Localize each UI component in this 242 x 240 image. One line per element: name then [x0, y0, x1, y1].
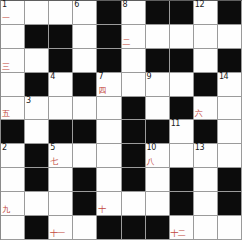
block-cell-r3c3 [73, 73, 97, 97]
block-cell-r5c5 [122, 120, 146, 144]
cell-r2c1[interactable] [25, 49, 49, 73]
cell-r0c3[interactable]: 6 [73, 1, 97, 25]
cell-r6c2[interactable]: 5七 [49, 144, 73, 168]
cell-r3c5[interactable] [122, 73, 146, 97]
clue-number: 14 [219, 73, 228, 81]
cell-r1c0[interactable] [1, 25, 25, 49]
block-cell-r0c6 [146, 1, 170, 25]
cell-r1c8[interactable] [194, 25, 218, 49]
block-cell-r7c5 [122, 168, 146, 192]
cell-r4c1[interactable]: 3 [25, 97, 49, 121]
across-clue-numeral-zh: 一 [2, 15, 9, 23]
clue-number: 7 [98, 73, 103, 81]
across-clue-numeral-zh: 三 [2, 63, 9, 71]
clue-number: 3 [26, 97, 31, 105]
block-cell-r2c9 [218, 49, 242, 73]
block-cell-r5c2 [49, 120, 73, 144]
cell-r6c0[interactable]: 2 [1, 144, 25, 168]
clue-number: 10 [147, 144, 156, 152]
block-cell-r9c4 [97, 216, 121, 240]
block-cell-r8c9 [218, 192, 242, 216]
cell-r8c6[interactable] [146, 192, 170, 216]
cell-r1c5[interactable]: 二 [122, 25, 146, 49]
cell-r7c8[interactable] [194, 168, 218, 192]
across-clue-numeral-zh: 四 [98, 87, 105, 95]
cell-r9c2[interactable]: 十一 [49, 216, 73, 240]
cell-r4c0[interactable]: 五 [1, 97, 25, 121]
block-cell-r9c1 [25, 216, 49, 240]
cell-r6c7[interactable] [170, 144, 194, 168]
block-cell-r9c5 [122, 216, 146, 240]
block-cell-r0c4 [97, 1, 121, 25]
block-cell-r0c9 [218, 1, 242, 25]
block-cell-r6c5 [122, 144, 146, 168]
block-cell-r3c8 [194, 73, 218, 97]
block-cell-r4c5 [122, 97, 146, 121]
across-clue-numeral-zh: 五 [2, 110, 9, 118]
cell-r6c8[interactable]: 13 [194, 144, 218, 168]
cell-r8c5[interactable] [122, 192, 146, 216]
across-clue-numeral-zh: 二 [123, 39, 130, 47]
cell-r7c4[interactable] [97, 168, 121, 192]
cell-r5c9[interactable] [218, 120, 242, 144]
cell-r1c3[interactable] [73, 25, 97, 49]
cell-r3c0[interactable] [1, 73, 25, 97]
cell-r6c6[interactable]: 10八 [146, 144, 170, 168]
clue-number: 8 [123, 1, 128, 9]
cell-r6c4[interactable] [97, 144, 121, 168]
crossword-board: 1一6812二三47四914五3六1125七10八13九十十一十二 [0, 0, 242, 240]
cell-r6c9[interactable] [218, 144, 242, 168]
across-clue-numeral-zh: 十 [98, 206, 105, 214]
block-cell-r5c0 [1, 120, 25, 144]
cell-r7c2[interactable] [49, 168, 73, 192]
block-cell-r5c3 [73, 120, 97, 144]
cell-r0c0[interactable]: 1一 [1, 1, 25, 25]
block-cell-r1c1 [25, 25, 49, 49]
cell-r9c0[interactable] [1, 216, 25, 240]
across-clue-numeral-zh: 八 [147, 158, 154, 166]
block-cell-r7c7 [170, 168, 194, 192]
cell-r9c9[interactable] [218, 216, 242, 240]
cell-r3c2[interactable]: 4 [49, 73, 73, 97]
block-cell-r7c1 [25, 168, 49, 192]
cell-r7c6[interactable] [146, 168, 170, 192]
block-cell-r3c1 [25, 73, 49, 97]
block-cell-r1c2 [49, 25, 73, 49]
block-cell-r2c7 [170, 49, 194, 73]
cell-r0c2[interactable] [49, 1, 73, 25]
clue-number: 13 [195, 144, 204, 152]
cell-r3c6[interactable]: 9 [146, 73, 170, 97]
cell-r4c4[interactable] [97, 97, 121, 121]
cell-r8c1[interactable] [25, 192, 49, 216]
cell-r5c4[interactable] [97, 120, 121, 144]
cell-r4c9[interactable] [218, 97, 242, 121]
cell-r3c9[interactable]: 14 [218, 73, 242, 97]
cell-r0c8[interactable]: 12 [194, 1, 218, 25]
cell-r2c8[interactable] [194, 49, 218, 73]
cell-r7c0[interactable] [1, 168, 25, 192]
block-cell-r5c8 [194, 120, 218, 144]
cell-r1c9[interactable] [218, 25, 242, 49]
clue-number: 11 [171, 120, 180, 128]
cell-r9c7[interactable]: 十二 [170, 216, 194, 240]
block-cell-r7c9 [218, 168, 242, 192]
cell-r3c7[interactable] [170, 73, 194, 97]
clue-number: 2 [2, 144, 7, 152]
cell-r4c6[interactable] [146, 97, 170, 121]
across-clue-numeral-zh: 十一 [50, 230, 64, 238]
clue-number: 9 [147, 73, 152, 81]
across-clue-numeral-zh: 九 [2, 206, 9, 214]
clue-number: 5 [50, 144, 55, 152]
block-cell-r4c7 [170, 97, 194, 121]
clue-number: 1 [2, 1, 7, 9]
cell-r1c6[interactable] [146, 25, 170, 49]
cell-r2c3[interactable] [73, 49, 97, 73]
cell-r6c3[interactable] [73, 144, 97, 168]
cell-r0c1[interactable] [25, 1, 49, 25]
cell-r4c8[interactable]: 六 [194, 97, 218, 121]
clue-number: 12 [195, 1, 204, 9]
cell-r8c8[interactable] [194, 192, 218, 216]
cell-r4c2[interactable] [49, 97, 73, 121]
block-cell-r2c4 [97, 49, 121, 73]
cell-r8c0[interactable]: 九 [1, 192, 25, 216]
cell-r3c4[interactable]: 7四 [97, 73, 121, 97]
block-cell-r2c2 [49, 49, 73, 73]
cell-r2c5[interactable] [122, 49, 146, 73]
cell-r8c4[interactable]: 十 [97, 192, 121, 216]
cell-r5c1[interactable] [25, 120, 49, 144]
block-cell-r2c6 [146, 49, 170, 73]
cell-r0c5[interactable]: 8 [122, 1, 146, 25]
cell-r4c3[interactable] [73, 97, 97, 121]
block-cell-r1c4 [97, 25, 121, 49]
across-clue-numeral-zh: 六 [195, 110, 202, 118]
block-cell-r6c1 [25, 144, 49, 168]
cell-r9c3[interactable] [73, 216, 97, 240]
block-cell-r9c6 [146, 216, 170, 240]
block-cell-r7c3 [73, 168, 97, 192]
clue-number: 4 [50, 73, 55, 81]
across-clue-numeral-zh: 十二 [171, 230, 185, 238]
block-cell-r8c3 [73, 192, 97, 216]
block-cell-r0c7 [170, 1, 194, 25]
block-cell-r5c6 [146, 120, 170, 144]
cell-r8c2[interactable] [49, 192, 73, 216]
block-cell-r8c7 [170, 192, 194, 216]
clue-number: 6 [74, 1, 79, 9]
cell-r2c0[interactable]: 三 [1, 49, 25, 73]
cell-r5c7[interactable]: 11 [170, 120, 194, 144]
cell-r1c7[interactable] [170, 25, 194, 49]
cell-r9c8[interactable] [194, 216, 218, 240]
across-clue-numeral-zh: 七 [50, 158, 57, 166]
